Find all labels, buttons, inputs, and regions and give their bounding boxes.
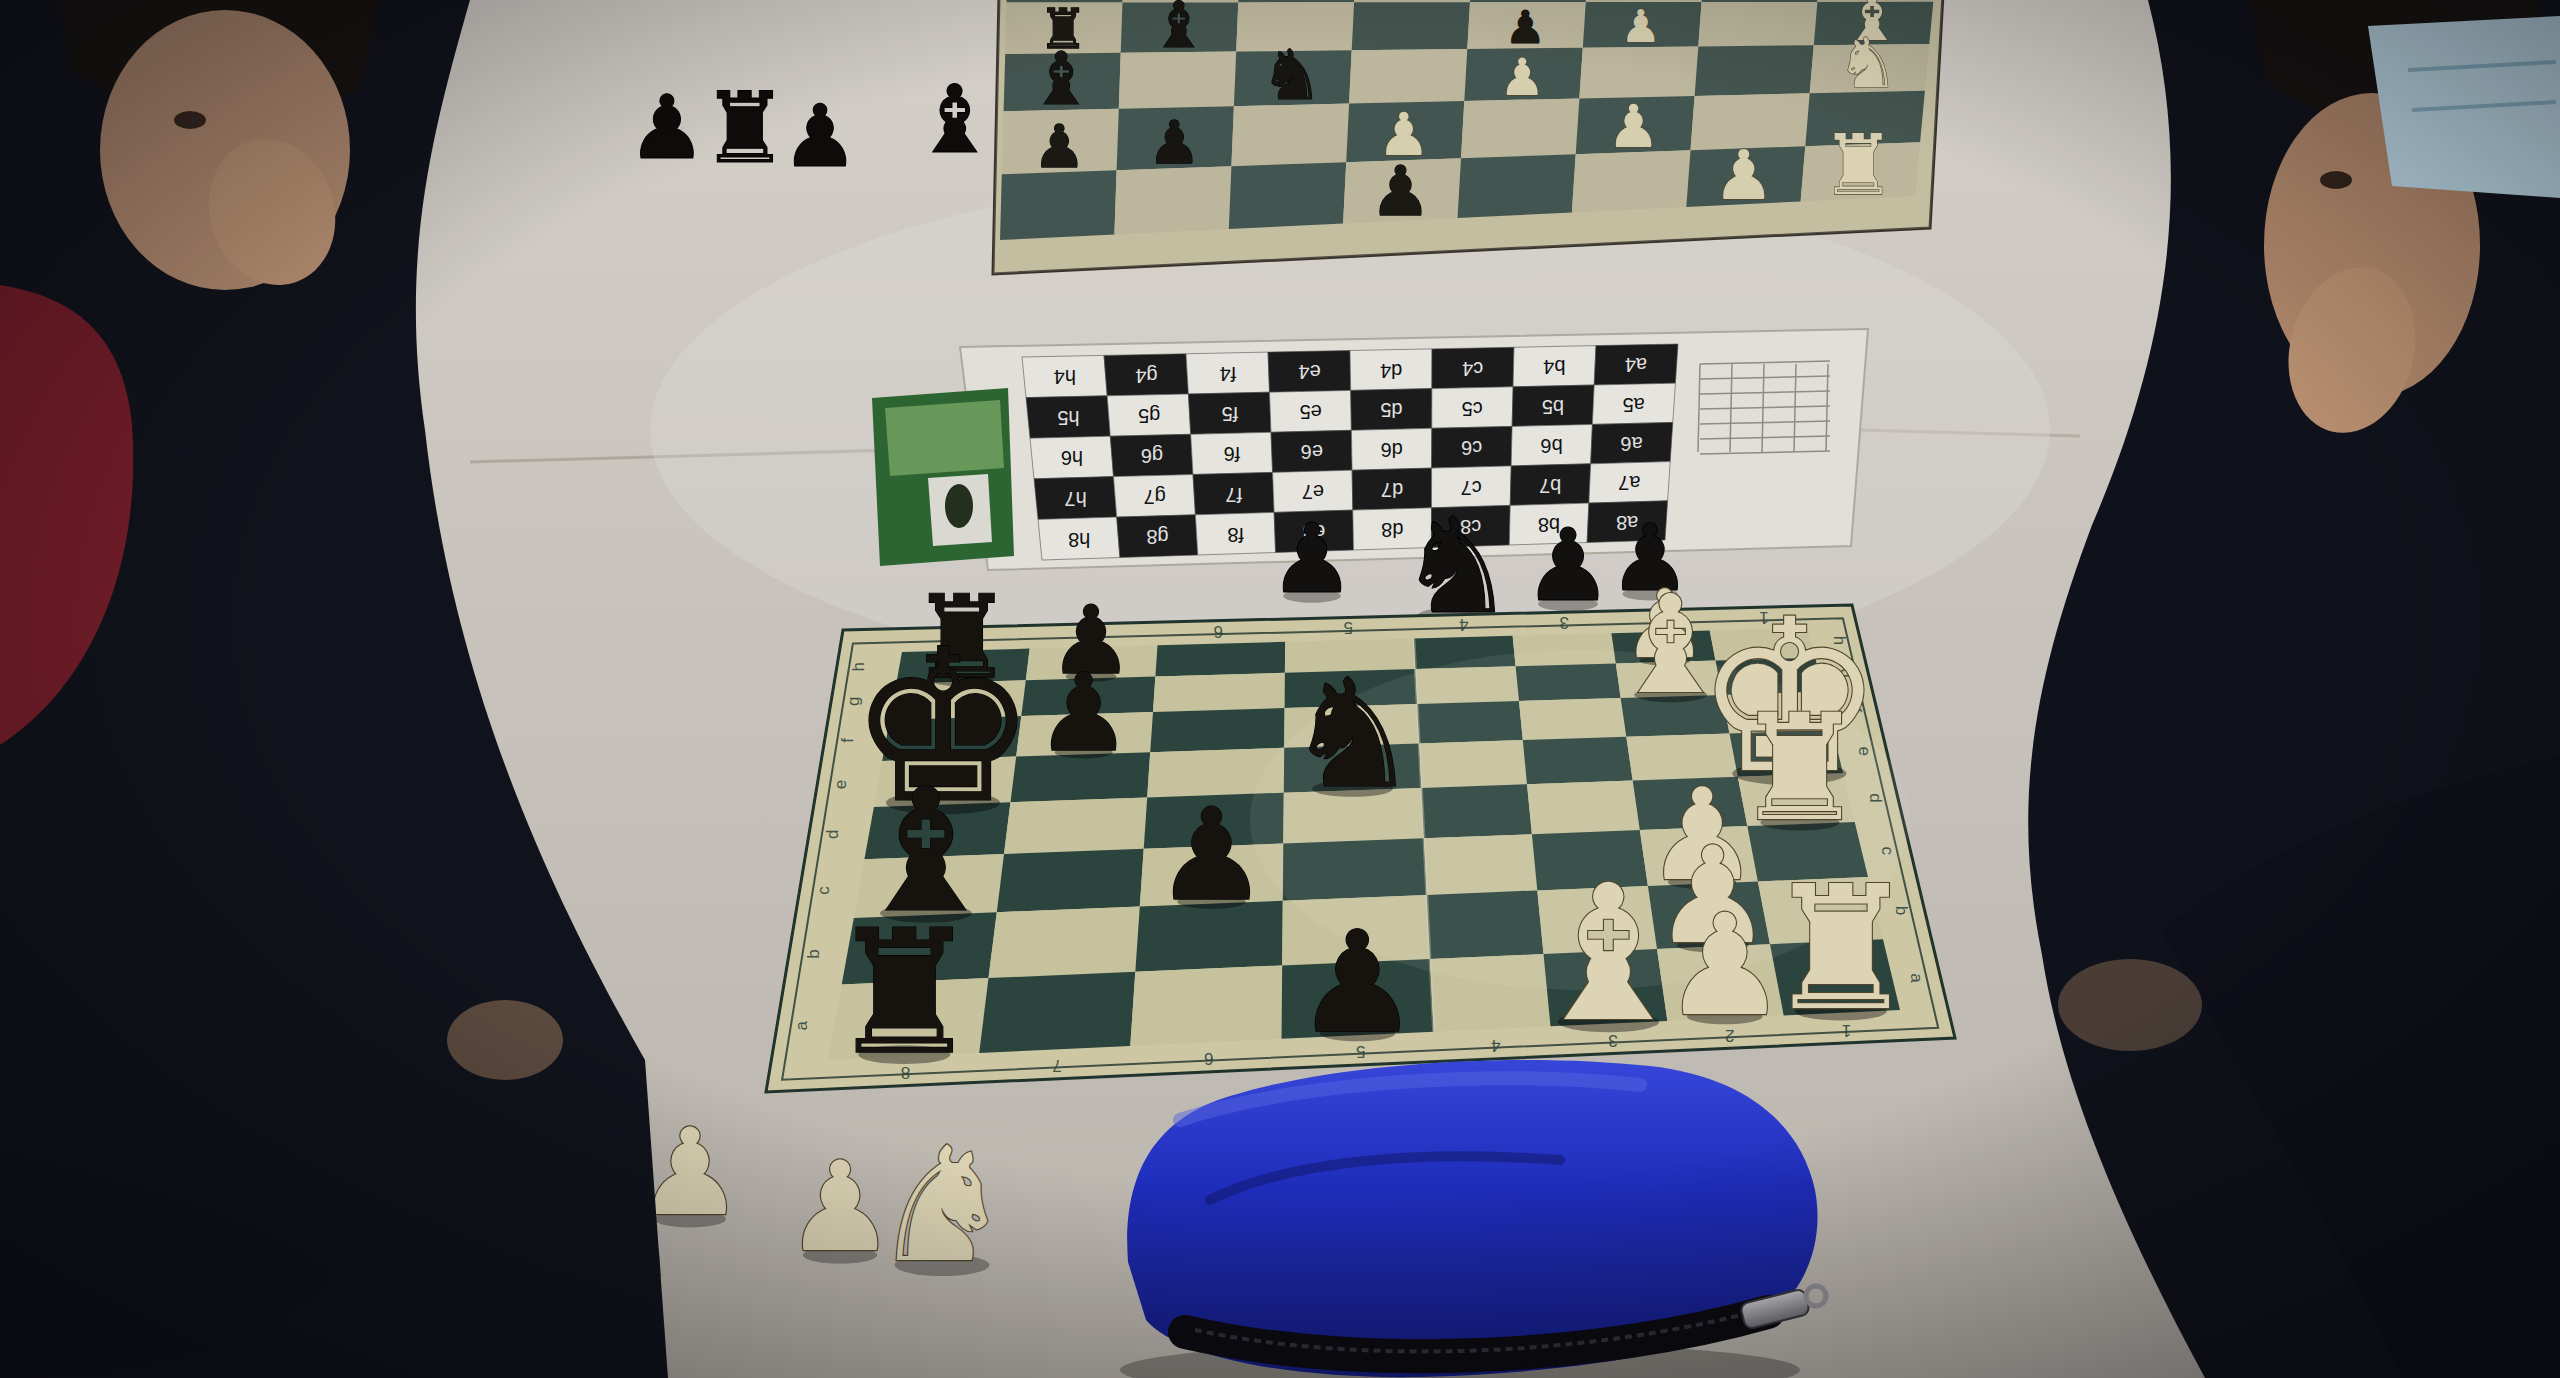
color-cast (0, 0, 2560, 1378)
photo-stage: ♜♝♟♝♟♞♟♟♟♟♟♟♟♟♟♝♞♜♟♜♟♝h4g4f4e4d4c4b4a4h5… (0, 0, 2560, 1378)
chess-club-scene: ♜♝♟♝♟♞♟♟♟♟♟♟♟♟♟♝♞♜♟♜♟♝h4g4f4e4d4c4b4a4h5… (0, 0, 2560, 1378)
